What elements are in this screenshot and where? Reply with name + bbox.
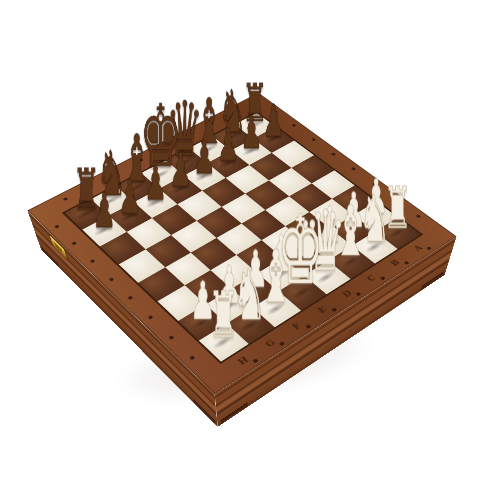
rim-hole	[54, 225, 60, 229]
rim-hole	[305, 324, 311, 329]
product-photo: HGFEDCBA ♜♞♝♚♛♝♞♜♟♟♟♟♟♟♟♟♟♟♟♟♟♟♟♟♜♞♝♚♛♝♞…	[0, 0, 500, 500]
rim-hole	[168, 335, 174, 340]
rim-hole	[351, 167, 356, 171]
rim-hole	[252, 359, 258, 364]
rim-hole	[127, 296, 133, 300]
rim-hole	[108, 277, 114, 281]
rim-hole	[331, 152, 336, 155]
rim-hole	[403, 261, 409, 265]
rim-hole	[426, 246, 432, 250]
rim-hole	[147, 315, 153, 320]
rim-hole	[380, 276, 386, 280]
scene: HGFEDCBA ♜♞♝♚♛♝♞♜♟♟♟♟♟♟♟♟♟♟♟♟♟♟♟♟♜♞♝♚♛♝♞…	[0, 47, 500, 447]
rim-hole	[90, 259, 96, 263]
box-foot	[421, 271, 444, 291]
box-foot	[221, 402, 248, 424]
rim-hole	[189, 356, 195, 361]
rim-hole	[279, 341, 285, 346]
rim-hole	[331, 308, 337, 313]
board-top: HGFEDCBA ♜♞♝♚♛♝♞♜♟♟♟♟♟♟♟♟♟♟♟♟♟♟♟♟♜♞♝♚♛♝♞…	[27, 93, 456, 395]
box-foot	[193, 399, 215, 425]
rim-hole	[356, 292, 362, 296]
chess-box: HGFEDCBA ♜♞♝♚♛♝♞♜♟♟♟♟♟♟♟♟♟♟♟♟♟♟♟♟♜♞♝♚♛♝♞…	[27, 93, 456, 395]
projection-wrapper: HGFEDCBA ♜♞♝♚♛♝♞♜♟♟♟♟♟♟♟♟♟♟♟♟♟♟♟♟♜♞♝♚♛♝♞…	[0, 47, 500, 447]
rook-icon: ♜	[196, 284, 252, 347]
rim-hole	[311, 138, 316, 141]
rim-hole	[71, 242, 77, 246]
latch-slot	[54, 242, 63, 253]
pawn-icon: ♟	[79, 186, 130, 234]
